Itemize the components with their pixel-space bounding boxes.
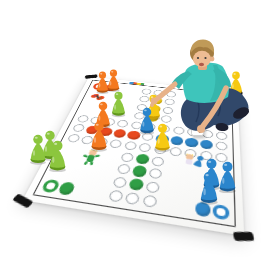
track-space	[144, 123, 156, 132]
ludo-mat	[23, 77, 245, 236]
track-space	[139, 143, 152, 153]
corner-strap-top-left	[85, 74, 97, 78]
track-space	[154, 145, 167, 155]
track-space	[164, 98, 175, 105]
track-space	[139, 96, 150, 103]
blue-home-space	[170, 135, 184, 146]
track-space	[116, 164, 131, 175]
board-cell	[212, 203, 231, 222]
track-space	[166, 91, 177, 98]
track-space	[133, 112, 145, 120]
blue-home-space	[195, 202, 211, 218]
track-space	[112, 176, 127, 188]
track-space	[160, 115, 172, 123]
green-home-space	[135, 153, 151, 165]
track-space	[95, 137, 109, 146]
child-left-arm	[213, 69, 231, 90]
track-space	[200, 151, 212, 161]
track-space	[173, 126, 185, 135]
track-space	[153, 89, 164, 96]
track-space	[125, 192, 141, 205]
product-photo	[0, 0, 266, 266]
track-space	[117, 120, 130, 128]
dice[interactable]	[191, 124, 204, 136]
track-space	[142, 132, 155, 141]
green-home-space	[131, 165, 147, 178]
track-space	[136, 104, 148, 112]
track-space	[142, 195, 157, 208]
track-space	[184, 149, 196, 159]
board-cell	[193, 201, 212, 219]
blue-start-ring	[213, 204, 229, 220]
track-space	[108, 190, 124, 203]
track-space	[216, 131, 227, 140]
track-space	[169, 147, 182, 157]
red-home-space	[126, 130, 141, 140]
track-space	[162, 107, 173, 115]
track-space	[158, 124, 170, 133]
track-space	[120, 152, 134, 162]
track-space	[151, 156, 165, 167]
board-cell	[175, 198, 194, 216]
green-home-space	[128, 178, 145, 192]
corner-strap-bottom-left	[12, 194, 33, 209]
track-space	[148, 168, 162, 179]
track-space	[216, 153, 228, 163]
child-face	[193, 51, 211, 67]
child-hair	[191, 40, 214, 54]
blue-home-space	[155, 134, 169, 145]
board-cell	[157, 195, 177, 213]
track-space	[145, 181, 160, 193]
track-space	[109, 139, 123, 149]
blue-home-space	[200, 139, 213, 150]
track-space	[216, 142, 228, 152]
track-space	[141, 88, 152, 95]
blue-home-space	[185, 137, 199, 148]
corner-strap-bottom-right	[233, 232, 255, 241]
track-space	[130, 121, 142, 129]
track-space	[103, 118, 116, 126]
track-space	[124, 141, 137, 151]
